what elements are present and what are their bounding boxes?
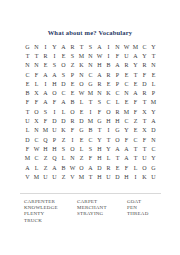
- grid-cell: Y: [131, 61, 140, 70]
- grid-cell: R: [41, 51, 50, 60]
- grid-cell: T: [140, 98, 149, 107]
- grid-cell: O: [32, 107, 41, 116]
- grid-cell: E: [122, 70, 131, 79]
- grid-cell: F: [140, 70, 149, 79]
- grid-cell: S: [86, 42, 95, 51]
- grid-cell: O: [77, 79, 86, 88]
- grid-cell: Z: [41, 154, 50, 163]
- grid-cell: P: [50, 135, 59, 144]
- grid-cell: F: [68, 126, 77, 135]
- grid-cell: S: [68, 51, 77, 60]
- grid-cell: H: [122, 172, 131, 181]
- grid-cell: T: [86, 98, 95, 107]
- grid-cell: T: [95, 126, 104, 135]
- grid-cell: N: [149, 61, 158, 70]
- grid-cell: O: [113, 135, 122, 144]
- grid-cell: C: [140, 42, 149, 51]
- grid-cell: A: [131, 88, 140, 97]
- grid-cell: I: [68, 135, 77, 144]
- grid-cell: H: [95, 154, 104, 163]
- grid-cell: Y: [140, 51, 149, 60]
- grid-cell: G: [77, 126, 86, 135]
- grid-cell: D: [149, 126, 158, 135]
- grid-cell: I: [50, 107, 59, 116]
- grid-cell: B: [68, 98, 77, 107]
- grid-cell: C: [149, 144, 158, 153]
- grid-cell: N: [32, 42, 41, 51]
- grid-cell: L: [23, 126, 32, 135]
- grid-cell: E: [77, 135, 86, 144]
- grid-cell: T: [131, 144, 140, 153]
- grid-cell: Y: [122, 126, 131, 135]
- grid-cell: Z: [41, 163, 50, 172]
- grid-cell: R: [140, 61, 149, 70]
- grid-cell: T: [86, 172, 95, 181]
- grid-cell: M: [32, 172, 41, 181]
- grid-cell: U: [140, 154, 149, 163]
- grid-cell: R: [68, 116, 77, 125]
- grid-cell: T: [32, 51, 41, 60]
- grid-cell: F: [32, 98, 41, 107]
- grid-cell: M: [122, 107, 131, 116]
- grid-cell: E: [149, 70, 158, 79]
- grid-cell: L: [149, 79, 158, 88]
- grid-cell: N: [95, 88, 104, 97]
- grid-cell: Y: [50, 42, 59, 51]
- grid-cell: B: [104, 61, 113, 70]
- grid-cell: A: [50, 70, 59, 79]
- grid-cell: E: [131, 79, 140, 88]
- grid-cell: I: [41, 42, 50, 51]
- grid-cell: M: [86, 116, 95, 125]
- grid-cell: S: [59, 144, 68, 153]
- grid-cell: U: [50, 126, 59, 135]
- grid-cell: O: [59, 61, 68, 70]
- grid-cell: F: [23, 98, 32, 107]
- grid-cell: R: [122, 61, 131, 70]
- grid-cell: E: [77, 107, 86, 116]
- grid-cell: P: [113, 70, 122, 79]
- grid-cell: H: [104, 116, 113, 125]
- grid-cell: E: [122, 98, 131, 107]
- grid-cell: I: [131, 172, 140, 181]
- grid-cell: I: [104, 126, 113, 135]
- grid-cell: H: [50, 79, 59, 88]
- grid-cell: R: [68, 42, 77, 51]
- grid-cell: H: [95, 61, 104, 70]
- grid-cell: L: [32, 163, 41, 172]
- grid-cell: A: [41, 70, 50, 79]
- grid-cell: T: [149, 51, 158, 60]
- word-item: TRUCK: [24, 218, 77, 224]
- grid-cell: Y: [149, 154, 158, 163]
- grid-cell: I: [104, 51, 113, 60]
- grid-cell: Q: [50, 154, 59, 163]
- grid-cell: G: [95, 116, 104, 125]
- grid-cell: N: [32, 126, 41, 135]
- grid-cell: N: [23, 61, 32, 70]
- grid-cell: R: [140, 88, 149, 97]
- grid-cell: T: [23, 51, 32, 60]
- grid-cell: X: [32, 88, 41, 97]
- grid-cell: C: [23, 70, 32, 79]
- grid-cell: E: [41, 61, 50, 70]
- grid-cell: N: [149, 135, 158, 144]
- grid-cell: N: [32, 61, 41, 70]
- grid-cell: W: [68, 163, 77, 172]
- grid-cell: X: [140, 107, 149, 116]
- grid-cell: E: [68, 88, 77, 97]
- grid-cell: Z: [131, 116, 140, 125]
- worksheet-title: What about me? Vocabulary: [0, 29, 180, 36]
- grid-cell: Y: [95, 135, 104, 144]
- grid-cell: L: [131, 163, 140, 172]
- grid-cell: Y: [149, 42, 158, 51]
- grid-cell: A: [149, 116, 158, 125]
- grid-cell: O: [77, 163, 86, 172]
- grid-cell: W: [122, 42, 131, 51]
- grid-cell: E: [68, 79, 77, 88]
- grid-cell: C: [104, 98, 113, 107]
- grid-cell: C: [59, 88, 68, 97]
- grid-cell: O: [140, 163, 149, 172]
- grid-cell: S: [86, 144, 95, 153]
- grid-cell: C: [131, 135, 140, 144]
- grid-cell: C: [32, 135, 41, 144]
- grid-cell: D: [95, 163, 104, 172]
- grid-cell: A: [95, 42, 104, 51]
- grid-cell: O: [68, 107, 77, 116]
- grid-cell: M: [86, 88, 95, 97]
- grid-cell: O: [104, 107, 113, 116]
- grid-cell: A: [122, 154, 131, 163]
- grid-cell: L: [77, 98, 86, 107]
- grid-cell: S: [59, 70, 68, 79]
- grid-cell: Z: [68, 61, 77, 70]
- worksheet-page: What about me? Vocabulary GNIYARTSAINWMC…: [0, 0, 180, 255]
- grid-cell: B: [23, 88, 32, 97]
- grid-cell: R: [113, 107, 122, 116]
- grid-cell: V: [68, 172, 77, 181]
- grid-cell: C: [122, 79, 131, 88]
- grid-cell: F: [41, 116, 50, 125]
- grid-cell: T: [140, 116, 149, 125]
- grid-cell: A: [41, 98, 50, 107]
- grid-cell: U: [41, 172, 50, 181]
- grid-cell: P: [113, 79, 122, 88]
- grid-cell: Z: [77, 154, 86, 163]
- grid-cell: M: [23, 154, 32, 163]
- grid-cell: F: [113, 51, 122, 60]
- grid-cell: I: [50, 51, 59, 60]
- grid-cell: O: [68, 144, 77, 153]
- grid-cell: T: [23, 107, 32, 116]
- grid-cell: O: [50, 88, 59, 97]
- grid-cell: H: [41, 144, 50, 153]
- grid-cell: B: [59, 163, 68, 172]
- grid-cell: L: [59, 154, 68, 163]
- grid-cell: A: [41, 88, 50, 97]
- grid-cell: U: [23, 116, 32, 125]
- grid-cell: T: [104, 135, 113, 144]
- grid-cell: Z: [59, 172, 68, 181]
- grid-cell: C: [32, 154, 41, 163]
- grid-cell: R: [104, 163, 113, 172]
- grid-cell: F: [140, 135, 149, 144]
- grid-cell: A: [23, 163, 32, 172]
- grid-cell: A: [95, 70, 104, 79]
- grid-cell: A: [86, 163, 95, 172]
- word-list: CARPENTERKNOWLEDGEPLENTYTRUCKCARPETMERCH…: [24, 199, 164, 224]
- grid-cell: F: [23, 144, 32, 153]
- grid-cell: T: [113, 154, 122, 163]
- grid-cell: V: [23, 172, 32, 181]
- grid-cell: U: [122, 51, 131, 60]
- grid-cell: U: [50, 172, 59, 181]
- grid-cell: S: [41, 107, 50, 116]
- grid-cell: E: [131, 126, 140, 135]
- grid-cell: A: [113, 61, 122, 70]
- grid-cell: E: [23, 79, 32, 88]
- grid-cell: B: [86, 126, 95, 135]
- grid-cell: W: [77, 88, 86, 97]
- grid-cell: E: [113, 163, 122, 172]
- grid-cell: E: [59, 51, 68, 60]
- grid-cell: L: [104, 154, 113, 163]
- grid-cell: D: [77, 116, 86, 125]
- grid-cell: X: [32, 116, 41, 125]
- grid-cell: A: [131, 51, 140, 60]
- grid-cell: K: [104, 88, 113, 97]
- grid-cell: S: [50, 61, 59, 70]
- grid-cell: N: [113, 42, 122, 51]
- grid-cell: T: [131, 154, 140, 163]
- grid-cell: I: [86, 107, 95, 116]
- grid-cell: H: [95, 172, 104, 181]
- grid-cell: G: [113, 126, 122, 135]
- grid-cell: N: [68, 154, 77, 163]
- grid-cell: L: [59, 107, 68, 116]
- grid-cell: P: [68, 70, 77, 79]
- grid-cell: D: [59, 116, 68, 125]
- grid-cell: G: [149, 163, 158, 172]
- word-item: STRAYING: [77, 211, 127, 217]
- grid-cell: I: [41, 79, 50, 88]
- grid-cell: F: [32, 70, 41, 79]
- grid-cell: I: [104, 42, 113, 51]
- grid-cell: W: [32, 144, 41, 153]
- grid-cell: D: [140, 79, 149, 88]
- grid-cell: M: [131, 42, 140, 51]
- grid-cell: X: [140, 126, 149, 135]
- grid-cell: R: [104, 70, 113, 79]
- grid-cell: G: [23, 42, 32, 51]
- grid-cell: F: [122, 135, 131, 144]
- grid-cell: F: [131, 107, 140, 116]
- grid-cell: D: [113, 172, 122, 181]
- grid-cell: M: [77, 51, 86, 60]
- grid-cell: T: [140, 144, 149, 153]
- grid-cell: W: [95, 51, 104, 60]
- grid-cell: C: [86, 70, 95, 79]
- grid-cell: M: [149, 98, 158, 107]
- grid-cell: K: [140, 172, 149, 181]
- grid-cell: S: [95, 98, 104, 107]
- grid-cell: H: [50, 144, 59, 153]
- grid-cell: C: [86, 135, 95, 144]
- grid-cell: Y: [149, 107, 158, 116]
- word-list-divider: [20, 193, 161, 194]
- grid-cell: L: [32, 79, 41, 88]
- grid-cell: K: [77, 61, 86, 70]
- grid-cell: N: [86, 61, 95, 70]
- word-column: GOATPENTHREAD: [127, 199, 164, 224]
- grid-cell: K: [59, 126, 68, 135]
- grid-cell: Y: [104, 144, 113, 153]
- grid-cell: R: [95, 79, 104, 88]
- word-item: THREAD: [127, 211, 164, 217]
- grid-cell: L: [113, 98, 122, 107]
- grid-cell: M: [77, 172, 86, 181]
- grid-cell: F: [131, 98, 140, 107]
- grid-cell: Z: [59, 135, 68, 144]
- grid-cell: C: [122, 116, 131, 125]
- grid-cell: E: [104, 79, 113, 88]
- grid-cell: T: [77, 42, 86, 51]
- word-column: CARPETMERCHANTSTRAYING: [77, 199, 127, 224]
- grid-cell: A: [59, 98, 68, 107]
- grid-cell: A: [122, 144, 131, 153]
- grid-cell: C: [113, 88, 122, 97]
- grid-cell: N: [77, 70, 86, 79]
- grid-cell: T: [131, 70, 140, 79]
- grid-cell: U: [104, 172, 113, 181]
- grid-cell: A: [50, 163, 59, 172]
- grid-cell: N: [86, 51, 95, 60]
- word-column: CARPENTERKNOWLEDGEPLENTYTRUCK: [24, 199, 77, 224]
- grid-cell: A: [113, 144, 122, 153]
- grid-cell: D: [50, 116, 59, 125]
- grid-cell: D: [23, 135, 32, 144]
- grid-cell: L: [77, 144, 86, 153]
- word-search-grid: GNIYARTSAINWMCYTTRIESMNWIFUAYTNNESOZKNHB…: [23, 42, 158, 181]
- grid-cell: H: [95, 144, 104, 153]
- grid-cell: F: [50, 98, 59, 107]
- grid-cell: G: [86, 79, 95, 88]
- grid-cell: D: [59, 79, 68, 88]
- grid-cell: Q: [41, 135, 50, 144]
- grid-cell: F: [122, 163, 131, 172]
- grid-cell: N: [122, 88, 131, 97]
- grid-cell: H: [113, 116, 122, 125]
- grid-cell: F: [95, 107, 104, 116]
- grid-cell: F: [86, 154, 95, 163]
- grid-cell: U: [149, 172, 158, 181]
- grid-cell: A: [59, 42, 68, 51]
- grid-cell: P: [149, 88, 158, 97]
- grid-cell: M: [41, 126, 50, 135]
